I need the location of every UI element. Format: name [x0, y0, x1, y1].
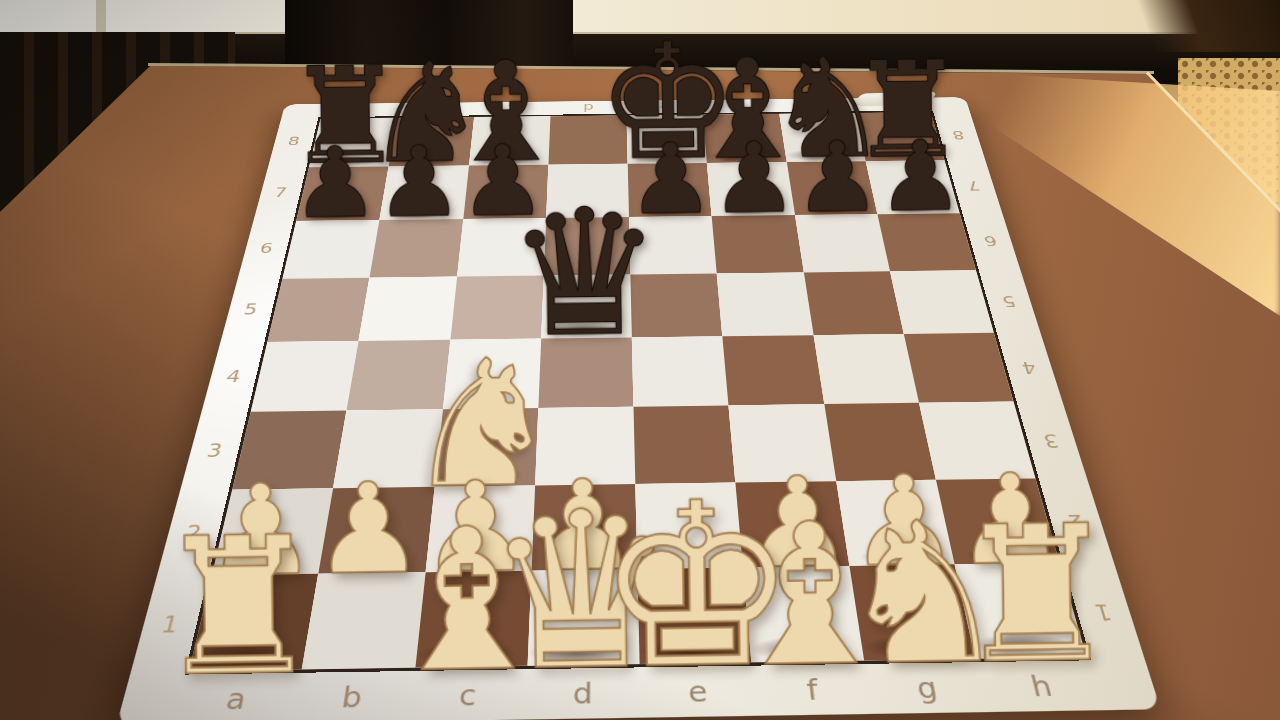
square-f7: ♟: [707, 162, 794, 216]
rank-labels-right-5: 5: [1000, 293, 1017, 308]
piece-black-pawn: ♟: [291, 134, 380, 232]
square-e1: ♚: [637, 567, 751, 664]
piece-black-pawn: ♟: [710, 129, 798, 227]
square-f5: [717, 272, 813, 336]
square-g5: [803, 271, 903, 335]
piece-white-knight: ♞: [836, 495, 1013, 692]
rank-labels-right-4: 4: [1020, 358, 1038, 374]
photo-frame: abcdefgh 87654321 ♜♞♝♚♝♞♜♟♟♟♟♟♟♟♛♞♟♟♟♟♟♟…: [0, 0, 1280, 720]
piece-black-pawn: ♟: [793, 128, 881, 226]
file-labels-bottom-b: b: [340, 682, 364, 711]
window-frame-bar: [96, 0, 106, 34]
square-g7: ♟: [786, 161, 877, 215]
square-color: [904, 333, 1014, 403]
piece-black-pawn: ♟: [877, 128, 965, 226]
rank-labels-left-5: 5: [242, 302, 259, 317]
square-color: [723, 335, 824, 405]
square-a5: [267, 278, 369, 343]
wall-corner-shadow: [1130, 0, 1280, 52]
square-a4: [251, 341, 359, 412]
square-h5: [890, 270, 994, 334]
board-border-line: ♜♞♝♚♝♞♜♟♟♟♟♟♟♟♛♞♟♟♟♟♟♟♟♜♝♛♚♝♞♜: [185, 111, 1092, 675]
square-color: [267, 278, 369, 343]
rank-labels-right-3: 3: [1041, 431, 1061, 449]
rank-labels-left-6: 6: [258, 242, 274, 255]
rank-labels-right-7: 7: [966, 179, 981, 191]
square-color: [813, 334, 919, 404]
rank-labels-right-6: 6: [982, 233, 998, 246]
square-f4: [723, 335, 824, 405]
square-g1: ♞: [849, 564, 975, 660]
rank-labels-left-3: 3: [205, 442, 224, 460]
square-color: [251, 341, 359, 412]
square-color: [803, 271, 903, 335]
square-color: [717, 272, 813, 336]
square-h7: ♟: [866, 160, 960, 213]
square-g4: [813, 334, 919, 404]
piece-black-pawn: ♟: [375, 133, 464, 231]
piece-white-rook: ♜: [152, 511, 324, 702]
piece-white-king: ♚: [594, 472, 799, 701]
square-h4: [904, 333, 1014, 403]
square-color: [890, 270, 994, 334]
file-labels-top-d: d: [583, 103, 594, 113]
square-b7: ♟: [380, 166, 469, 220]
rank-labels-left-4: 4: [225, 369, 243, 385]
rank-labels-left-7: 7: [273, 187, 288, 199]
chessboard-grid: ♜♞♝♚♝♞♜♟♟♟♟♟♟♟♛♞♟♟♟♟♟♟♟♜♝♛♚♝♞♜: [189, 112, 1086, 671]
square-a1: ♜: [189, 574, 319, 672]
